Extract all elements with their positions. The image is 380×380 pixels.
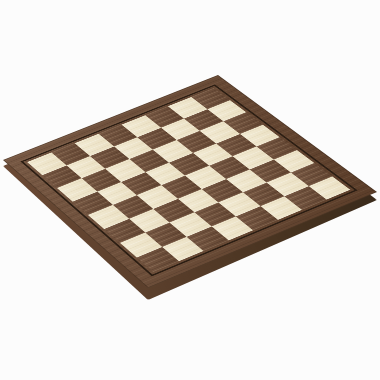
chess-board	[3, 75, 377, 288]
product-photo-background	[0, 0, 380, 380]
board-playing-field	[27, 88, 350, 272]
board-frame-delimiter-line	[20, 84, 357, 276]
